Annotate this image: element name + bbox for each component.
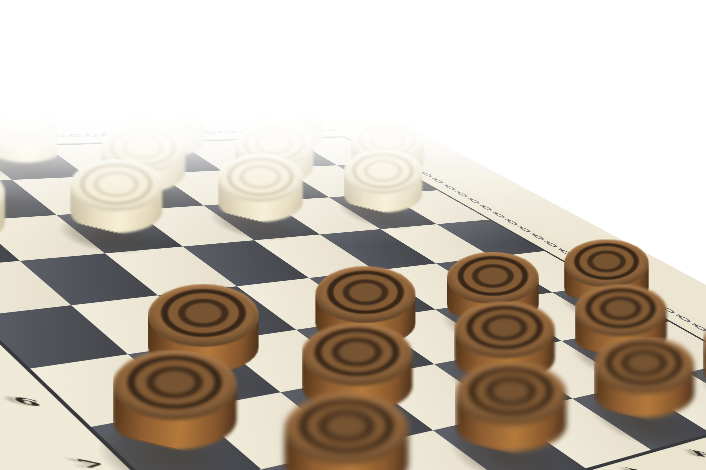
checker-top xyxy=(447,252,539,304)
checkers-board: 12345678 ABCDEFGH xyxy=(0,124,706,470)
checker-disc xyxy=(0,165,5,246)
pieces-layer xyxy=(0,124,706,470)
checker-top xyxy=(284,394,408,464)
checker-top xyxy=(454,301,554,358)
checkers-photo: 12345678 ABCDEFGH xyxy=(0,0,706,470)
checker-top xyxy=(113,350,237,420)
checker-top xyxy=(148,284,259,347)
checker-top xyxy=(344,150,422,194)
checker-top xyxy=(315,266,415,323)
checker-top xyxy=(455,362,566,425)
checker-top xyxy=(70,159,162,211)
checker-top xyxy=(302,323,413,386)
checker-disc xyxy=(284,394,408,470)
checker-top xyxy=(575,284,667,336)
checker-top xyxy=(564,239,649,287)
checker-top xyxy=(594,337,694,394)
checker-disc xyxy=(0,127,35,201)
checker-top xyxy=(218,154,303,202)
